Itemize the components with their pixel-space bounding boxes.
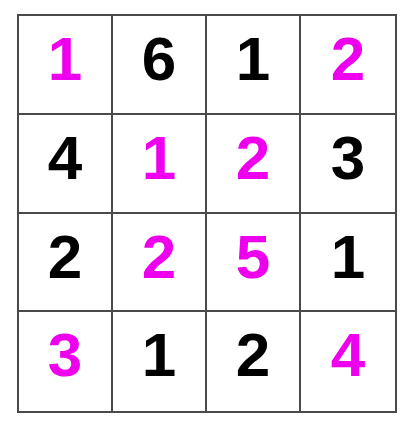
grid-cell-r3c0: 3 <box>19 312 113 411</box>
cell-digit: 2 <box>236 127 270 189</box>
cell-digit: 3 <box>331 127 365 189</box>
grid-cell-r2c3: 1 <box>301 214 395 313</box>
cell-digit: 1 <box>142 324 176 386</box>
grid-cell-r2c2: 5 <box>207 214 301 313</box>
grid-cell-r0c3: 2 <box>301 16 395 115</box>
grid-cell-r0c0: 1 <box>19 16 113 115</box>
cell-digit: 2 <box>142 226 176 288</box>
grid-cell-r0c2: 1 <box>207 16 301 115</box>
grid-cell-r2c0: 2 <box>19 214 113 313</box>
puzzle-page: 1612412322513124 <box>0 0 420 440</box>
grid-cell-r1c1: 1 <box>113 115 207 214</box>
grid-cell-r3c3: 4 <box>301 312 395 411</box>
cell-digit: 4 <box>331 324 365 386</box>
cell-digit: 3 <box>48 324 82 386</box>
grid-cell-r1c0: 4 <box>19 115 113 214</box>
grid-cell-r2c1: 2 <box>113 214 207 313</box>
cell-digit: 1 <box>331 226 365 288</box>
cell-digit: 6 <box>142 28 176 90</box>
cell-digit: 4 <box>48 127 82 189</box>
grid-cell-r0c1: 6 <box>113 16 207 115</box>
cell-digit: 5 <box>236 226 270 288</box>
cell-digit: 1 <box>142 127 176 189</box>
cell-digit: 2 <box>331 28 365 90</box>
grid-cell-r3c1: 1 <box>113 312 207 411</box>
grid-cell-r3c2: 2 <box>207 312 301 411</box>
number-grid: 1612412322513124 <box>17 14 397 413</box>
cell-digit: 1 <box>48 28 82 90</box>
cell-digit: 2 <box>48 226 82 288</box>
cell-digit: 1 <box>236 28 270 90</box>
cell-digit: 2 <box>236 324 270 386</box>
grid-cell-r1c3: 3 <box>301 115 395 214</box>
grid-cell-r1c2: 2 <box>207 115 301 214</box>
